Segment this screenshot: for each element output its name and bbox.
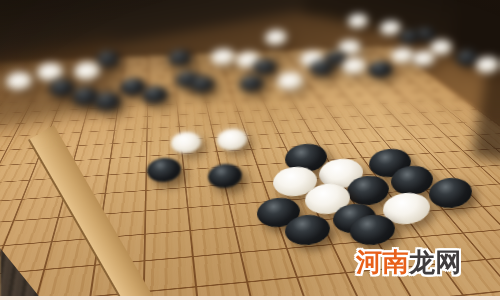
- stone-black: [398, 29, 420, 45]
- go-photo-scene: 河南龙网: [0, 0, 500, 300]
- stone-white: [264, 28, 287, 45]
- board-cell: [36, 266, 95, 300]
- stone-white: [411, 49, 435, 66]
- watermark-text-secondary: 龙网: [409, 247, 462, 277]
- board-cell: [194, 253, 248, 287]
- watermark-text-primary: 河南: [356, 247, 409, 277]
- board-cell: [145, 257, 197, 292]
- watermark: 河南龙网: [356, 248, 462, 276]
- stone-white: [347, 13, 368, 29]
- stone-white: [379, 20, 401, 36]
